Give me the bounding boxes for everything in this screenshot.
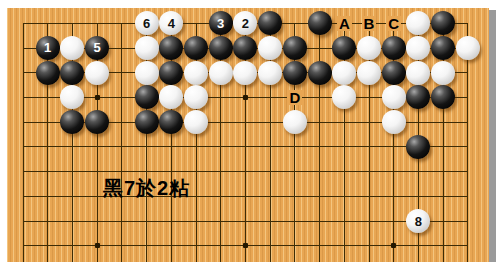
black-stone <box>159 36 183 60</box>
intersection[interactable] <box>332 60 357 85</box>
black-stone <box>159 61 183 85</box>
white-stone <box>332 85 356 109</box>
intersection[interactable] <box>456 209 481 234</box>
go-diagram: 6432ABC15D8 黑7於2粘 <box>0 0 500 265</box>
intersection[interactable] <box>307 209 332 234</box>
intersection[interactable] <box>406 36 431 61</box>
intersection[interactable] <box>60 233 85 258</box>
intersection[interactable] <box>208 110 233 135</box>
intersection[interactable] <box>406 134 431 159</box>
black-stone <box>308 11 332 35</box>
intersection[interactable] <box>60 85 85 110</box>
intersection[interactable] <box>431 134 456 159</box>
intersection[interactable] <box>11 85 36 110</box>
intersection[interactable] <box>283 184 308 209</box>
white-stone: 4 <box>159 11 183 35</box>
intersection[interactable] <box>60 110 85 135</box>
white-stone <box>233 61 257 85</box>
intersection[interactable] <box>456 159 481 184</box>
intersection[interactable] <box>159 134 184 159</box>
intersection[interactable] <box>456 134 481 159</box>
intersection[interactable] <box>184 209 209 234</box>
intersection[interactable] <box>357 134 382 159</box>
intersection[interactable]: 3 <box>208 11 233 36</box>
intersection[interactable] <box>332 209 357 234</box>
black-stone <box>135 85 159 109</box>
intersection[interactable] <box>431 159 456 184</box>
intersection[interactable] <box>11 110 36 135</box>
intersection[interactable] <box>109 60 134 85</box>
intersection[interactable] <box>283 134 308 159</box>
intersection[interactable] <box>184 85 209 110</box>
intersection[interactable] <box>208 60 233 85</box>
intersection[interactable] <box>109 233 134 258</box>
intersection[interactable] <box>233 60 258 85</box>
intersection[interactable] <box>85 209 110 234</box>
intersection[interactable] <box>431 209 456 234</box>
black-stone <box>209 36 233 60</box>
intersection[interactable] <box>11 36 36 61</box>
intersection[interactable] <box>159 233 184 258</box>
black-stone <box>159 110 183 134</box>
intersection[interactable] <box>208 209 233 234</box>
intersection[interactable] <box>307 134 332 159</box>
intersection[interactable] <box>431 110 456 135</box>
black-stone <box>382 61 406 85</box>
white-stone <box>209 61 233 85</box>
black-stone <box>283 61 307 85</box>
intersection[interactable] <box>109 36 134 61</box>
intersection[interactable] <box>381 85 406 110</box>
intersection[interactable] <box>258 184 283 209</box>
white-stone <box>332 61 356 85</box>
white-stone: 2 <box>233 11 257 35</box>
white-stone <box>456 36 480 60</box>
black-stone <box>85 110 109 134</box>
intersection[interactable] <box>233 36 258 61</box>
intersection[interactable] <box>233 110 258 135</box>
intersection[interactable] <box>11 134 36 159</box>
intersection[interactable] <box>307 184 332 209</box>
white-stone <box>60 85 84 109</box>
intersection[interactable] <box>381 233 406 258</box>
intersection[interactable] <box>109 110 134 135</box>
intersection[interactable] <box>35 85 60 110</box>
intersection[interactable] <box>184 36 209 61</box>
point-label: B <box>362 16 377 31</box>
black-stone <box>258 11 282 35</box>
point-label: C <box>386 16 401 31</box>
intersection[interactable] <box>431 60 456 85</box>
intersection[interactable] <box>184 11 209 36</box>
intersection[interactable] <box>233 233 258 258</box>
black-stone: 3 <box>209 11 233 35</box>
intersection[interactable] <box>283 233 308 258</box>
intersection[interactable] <box>208 159 233 184</box>
intersection[interactable] <box>357 60 382 85</box>
intersection[interactable] <box>431 11 456 36</box>
intersection[interactable] <box>134 60 159 85</box>
intersection[interactable] <box>184 110 209 135</box>
intersection[interactable] <box>381 134 406 159</box>
black-stone <box>60 110 84 134</box>
move-number: 5 <box>93 40 100 55</box>
intersection[interactable] <box>85 11 110 36</box>
intersection[interactable] <box>283 11 308 36</box>
black-stone <box>332 36 356 60</box>
intersection[interactable] <box>406 233 431 258</box>
intersection[interactable] <box>159 60 184 85</box>
move-number: 1 <box>44 40 51 55</box>
white-stone <box>60 36 84 60</box>
intersection[interactable] <box>357 110 382 135</box>
intersection[interactable] <box>258 11 283 36</box>
intersection[interactable] <box>208 85 233 110</box>
intersection[interactable] <box>332 110 357 135</box>
intersection[interactable] <box>109 134 134 159</box>
intersection[interactable] <box>60 36 85 61</box>
white-stone <box>357 61 381 85</box>
intersection[interactable] <box>456 11 481 36</box>
intersection[interactable] <box>431 184 456 209</box>
intersection[interactable] <box>11 209 36 234</box>
white-stone <box>159 85 183 109</box>
white-stone <box>85 61 109 85</box>
go-board-grid[interactable]: 6432ABC15D8 <box>11 11 481 258</box>
intersection[interactable] <box>109 209 134 234</box>
intersection[interactable]: 4 <box>159 11 184 36</box>
intersection[interactable] <box>233 159 258 184</box>
intersection[interactable] <box>134 233 159 258</box>
intersection[interactable] <box>431 36 456 61</box>
intersection[interactable] <box>208 184 233 209</box>
intersection[interactable] <box>332 184 357 209</box>
black-stone <box>308 61 332 85</box>
intersection[interactable] <box>381 36 406 61</box>
intersection[interactable] <box>307 159 332 184</box>
intersection[interactable] <box>357 209 382 234</box>
intersection[interactable] <box>85 134 110 159</box>
intersection[interactable] <box>332 159 357 184</box>
intersection[interactable] <box>406 60 431 85</box>
intersection[interactable] <box>283 36 308 61</box>
black-stone: 5 <box>85 36 109 60</box>
intersection[interactable] <box>159 36 184 61</box>
intersection[interactable] <box>35 184 60 209</box>
intersection[interactable] <box>11 11 36 36</box>
intersection[interactable] <box>134 209 159 234</box>
move-number: 4 <box>168 16 175 31</box>
black-stone <box>184 36 208 60</box>
white-stone <box>382 110 406 134</box>
white-stone <box>406 61 430 85</box>
intersection[interactable] <box>258 85 283 110</box>
intersection[interactable] <box>357 184 382 209</box>
intersection[interactable] <box>283 159 308 184</box>
intersection[interactable] <box>258 209 283 234</box>
black-stone <box>406 135 430 159</box>
intersection[interactable] <box>406 159 431 184</box>
intersection[interactable] <box>184 233 209 258</box>
intersection[interactable] <box>431 233 456 258</box>
white-stone <box>184 110 208 134</box>
white-stone <box>135 36 159 60</box>
intersection[interactable] <box>283 110 308 135</box>
move-number: 8 <box>415 214 422 229</box>
intersection[interactable] <box>85 233 110 258</box>
intersection[interactable] <box>35 134 60 159</box>
intersection[interactable] <box>11 60 36 85</box>
white-stone: 8 <box>406 209 430 233</box>
intersection[interactable] <box>35 209 60 234</box>
intersection[interactable] <box>85 85 110 110</box>
move-number: 6 <box>143 16 150 31</box>
intersection[interactable] <box>109 85 134 110</box>
intersection[interactable] <box>307 85 332 110</box>
intersection[interactable] <box>258 233 283 258</box>
black-stone <box>135 110 159 134</box>
black-stone <box>233 36 257 60</box>
intersection[interactable] <box>184 60 209 85</box>
intersection[interactable] <box>60 184 85 209</box>
intersection[interactable] <box>60 11 85 36</box>
white-stone <box>382 85 406 109</box>
intersection[interactable] <box>60 159 85 184</box>
move-number: 3 <box>217 16 224 31</box>
intersection[interactable] <box>35 159 60 184</box>
intersection[interactable] <box>357 36 382 61</box>
intersection[interactable]: 5 <box>85 36 110 61</box>
point-label: D <box>287 90 302 105</box>
intersection[interactable] <box>381 209 406 234</box>
white-stone <box>431 61 455 85</box>
intersection[interactable] <box>258 60 283 85</box>
intersection[interactable] <box>456 60 481 85</box>
intersection[interactable] <box>208 233 233 258</box>
white-stone <box>184 85 208 109</box>
intersection[interactable] <box>456 184 481 209</box>
intersection[interactable]: 6 <box>134 11 159 36</box>
white-stone <box>283 110 307 134</box>
white-stone: 6 <box>135 11 159 35</box>
intersection[interactable] <box>381 110 406 135</box>
intersection[interactable] <box>406 85 431 110</box>
intersection[interactable] <box>357 85 382 110</box>
intersection[interactable] <box>332 36 357 61</box>
intersection[interactable] <box>11 233 36 258</box>
intersection[interactable] <box>357 233 382 258</box>
white-stone <box>184 61 208 85</box>
intersection[interactable] <box>258 134 283 159</box>
intersection[interactable] <box>307 110 332 135</box>
intersection[interactable] <box>109 11 134 36</box>
move-number: 2 <box>242 16 249 31</box>
intersection[interactable] <box>85 60 110 85</box>
intersection[interactable] <box>332 134 357 159</box>
intersection[interactable] <box>233 209 258 234</box>
black-stone <box>36 61 60 85</box>
intersection[interactable] <box>85 110 110 135</box>
black-stone <box>431 11 455 35</box>
black-stone <box>431 36 455 60</box>
white-stone <box>406 11 430 35</box>
white-stone <box>357 36 381 60</box>
black-stone <box>283 36 307 60</box>
white-stone <box>135 61 159 85</box>
intersection[interactable] <box>134 85 159 110</box>
white-stone <box>258 36 282 60</box>
intersection[interactable] <box>233 184 258 209</box>
point-label: A <box>337 16 352 31</box>
intersection[interactable] <box>307 233 332 258</box>
intersection[interactable] <box>184 134 209 159</box>
intersection[interactable] <box>307 11 332 36</box>
intersection[interactable]: B <box>357 11 382 36</box>
intersection[interactable]: C <box>381 11 406 36</box>
intersection[interactable] <box>307 60 332 85</box>
intersection[interactable] <box>431 85 456 110</box>
black-stone <box>60 61 84 85</box>
white-stone <box>258 61 282 85</box>
intersection[interactable] <box>159 209 184 234</box>
intersection[interactable] <box>60 209 85 234</box>
intersection[interactable] <box>134 36 159 61</box>
intersection[interactable]: 2 <box>233 11 258 36</box>
intersection[interactable] <box>233 134 258 159</box>
intersection[interactable] <box>11 159 36 184</box>
black-stone <box>382 36 406 60</box>
intersection[interactable] <box>381 184 406 209</box>
intersection[interactable]: A <box>332 11 357 36</box>
intersection[interactable] <box>283 60 308 85</box>
intersection[interactable] <box>258 36 283 61</box>
intersection[interactable] <box>456 85 481 110</box>
move-caption: 黑7於2粘 <box>103 175 190 202</box>
intersection[interactable] <box>159 110 184 135</box>
intersection[interactable] <box>35 11 60 36</box>
intersection[interactable] <box>258 110 283 135</box>
intersection[interactable] <box>406 110 431 135</box>
intersection[interactable] <box>159 85 184 110</box>
intersection[interactable] <box>35 60 60 85</box>
intersection[interactable] <box>381 60 406 85</box>
intersection[interactable] <box>60 60 85 85</box>
intersection[interactable] <box>134 134 159 159</box>
intersection[interactable] <box>208 36 233 61</box>
intersection[interactable] <box>35 233 60 258</box>
intersection[interactable]: 1 <box>35 36 60 61</box>
board-edge-shadow <box>489 10 496 262</box>
intersection[interactable] <box>258 159 283 184</box>
intersection[interactable]: D <box>283 85 308 110</box>
intersection[interactable] <box>35 110 60 135</box>
intersection[interactable] <box>406 11 431 36</box>
intersection[interactable] <box>134 110 159 135</box>
intersection[interactable] <box>406 184 431 209</box>
intersection[interactable] <box>332 85 357 110</box>
intersection[interactable] <box>283 209 308 234</box>
intersection[interactable] <box>456 233 481 258</box>
intersection[interactable] <box>233 85 258 110</box>
intersection[interactable] <box>208 134 233 159</box>
intersection[interactable] <box>456 36 481 61</box>
white-stone <box>406 36 430 60</box>
intersection[interactable] <box>357 159 382 184</box>
black-stone: 1 <box>36 36 60 60</box>
intersection[interactable] <box>307 36 332 61</box>
intersection[interactable] <box>332 233 357 258</box>
intersection[interactable]: 8 <box>406 209 431 234</box>
black-stone <box>431 85 455 109</box>
intersection[interactable] <box>11 184 36 209</box>
intersection[interactable] <box>381 159 406 184</box>
intersection[interactable] <box>60 134 85 159</box>
black-stone <box>406 85 430 109</box>
intersection[interactable] <box>456 110 481 135</box>
